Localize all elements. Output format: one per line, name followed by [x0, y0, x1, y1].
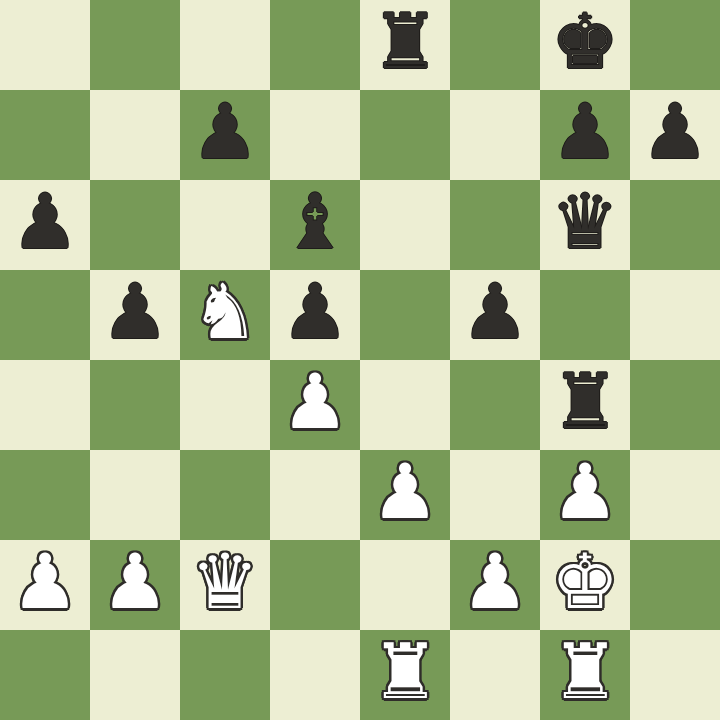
square-h4[interactable]: [630, 360, 720, 450]
square-f4[interactable]: [450, 360, 540, 450]
piece-white-pawn-a2[interactable]: ♟: [11, 537, 79, 627]
square-c1[interactable]: [180, 630, 270, 720]
square-e6[interactable]: [360, 180, 450, 270]
piece-black-pawn-c7[interactable]: ♟: [191, 87, 259, 177]
square-c3[interactable]: [180, 450, 270, 540]
piece-white-pawn-f2[interactable]: ♟: [461, 537, 529, 627]
piece-white-pawn-e3[interactable]: ♟: [371, 447, 439, 537]
square-c6[interactable]: [180, 180, 270, 270]
square-g6[interactable]: ♛: [540, 180, 630, 270]
square-g1[interactable]: ♜: [540, 630, 630, 720]
chess-board: ♜♚♟♟♟♟♝♛♟♞♟♟♟♜♟♟♟♟♛♟♚♜♜: [0, 0, 720, 720]
square-d2[interactable]: [270, 540, 360, 630]
square-a6[interactable]: ♟: [0, 180, 90, 270]
square-b4[interactable]: [90, 360, 180, 450]
square-e4[interactable]: [360, 360, 450, 450]
square-g7[interactable]: ♟: [540, 90, 630, 180]
square-c4[interactable]: [180, 360, 270, 450]
square-b7[interactable]: [90, 90, 180, 180]
square-f1[interactable]: [450, 630, 540, 720]
piece-black-king-g8[interactable]: ♚: [551, 0, 619, 87]
square-b2[interactable]: ♟: [90, 540, 180, 630]
square-d4[interactable]: ♟: [270, 360, 360, 450]
square-b1[interactable]: [90, 630, 180, 720]
piece-black-rook-g4[interactable]: ♜: [551, 357, 619, 447]
square-b6[interactable]: [90, 180, 180, 270]
square-g2[interactable]: ♚: [540, 540, 630, 630]
square-g8[interactable]: ♚: [540, 0, 630, 90]
piece-black-pawn-d5[interactable]: ♟: [281, 267, 349, 357]
square-d3[interactable]: [270, 450, 360, 540]
piece-white-pawn-g3[interactable]: ♟: [551, 447, 619, 537]
piece-white-pawn-d4[interactable]: ♟: [281, 357, 349, 447]
square-f5[interactable]: ♟: [450, 270, 540, 360]
square-f3[interactable]: [450, 450, 540, 540]
piece-white-pawn-b2[interactable]: ♟: [101, 537, 169, 627]
square-d5[interactable]: ♟: [270, 270, 360, 360]
square-a4[interactable]: [0, 360, 90, 450]
piece-black-pawn-f5[interactable]: ♟: [461, 267, 529, 357]
square-f7[interactable]: [450, 90, 540, 180]
square-b8[interactable]: [90, 0, 180, 90]
square-f2[interactable]: ♟: [450, 540, 540, 630]
square-d1[interactable]: [270, 630, 360, 720]
piece-black-rook-e8[interactable]: ♜: [371, 0, 439, 87]
square-e3[interactable]: ♟: [360, 450, 450, 540]
square-h1[interactable]: [630, 630, 720, 720]
square-e8[interactable]: ♜: [360, 0, 450, 90]
square-e1[interactable]: ♜: [360, 630, 450, 720]
piece-black-pawn-a6[interactable]: ♟: [11, 177, 79, 267]
piece-white-rook-g1[interactable]: ♜: [551, 627, 619, 717]
square-a2[interactable]: ♟: [0, 540, 90, 630]
square-h8[interactable]: [630, 0, 720, 90]
square-h7[interactable]: ♟: [630, 90, 720, 180]
square-a8[interactable]: [0, 0, 90, 90]
square-e7[interactable]: [360, 90, 450, 180]
piece-white-queen-c2[interactable]: ♛: [191, 537, 259, 627]
piece-black-pawn-h7[interactable]: ♟: [641, 87, 709, 177]
square-d7[interactable]: [270, 90, 360, 180]
square-c5[interactable]: ♞: [180, 270, 270, 360]
square-a5[interactable]: [0, 270, 90, 360]
square-a7[interactable]: [0, 90, 90, 180]
square-f8[interactable]: [450, 0, 540, 90]
square-h3[interactable]: [630, 450, 720, 540]
square-e2[interactable]: [360, 540, 450, 630]
square-d6[interactable]: ♝: [270, 180, 360, 270]
square-a3[interactable]: [0, 450, 90, 540]
square-h2[interactable]: [630, 540, 720, 630]
square-c8[interactable]: [180, 0, 270, 90]
square-c2[interactable]: ♛: [180, 540, 270, 630]
piece-white-knight-c5[interactable]: ♞: [191, 267, 259, 357]
square-b5[interactable]: ♟: [90, 270, 180, 360]
piece-black-queen-g6[interactable]: ♛: [551, 177, 619, 267]
piece-black-pawn-b5[interactable]: ♟: [101, 267, 169, 357]
square-g5[interactable]: [540, 270, 630, 360]
square-c7[interactable]: ♟: [180, 90, 270, 180]
square-h5[interactable]: [630, 270, 720, 360]
piece-black-pawn-g7[interactable]: ♟: [551, 87, 619, 177]
square-d8[interactable]: [270, 0, 360, 90]
square-f6[interactable]: [450, 180, 540, 270]
square-g3[interactable]: ♟: [540, 450, 630, 540]
square-g4[interactable]: ♜: [540, 360, 630, 450]
square-a1[interactable]: [0, 630, 90, 720]
piece-white-rook-e1[interactable]: ♜: [371, 627, 439, 717]
square-e5[interactable]: [360, 270, 450, 360]
piece-black-bishop-d6[interactable]: ♝: [281, 177, 349, 267]
square-b3[interactable]: [90, 450, 180, 540]
square-h6[interactable]: [630, 180, 720, 270]
piece-white-king-g2[interactable]: ♚: [551, 537, 619, 627]
